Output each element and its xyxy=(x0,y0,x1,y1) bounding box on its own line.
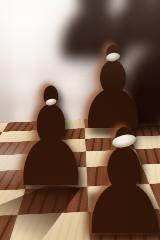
square-f6 xyxy=(130,135,160,149)
chess-photo-scene: ♟♟♟♟♟♟♟ xyxy=(0,0,160,240)
board-perspective-wrapper xyxy=(0,113,160,240)
square-e3 xyxy=(87,184,159,212)
square-e2 xyxy=(88,209,160,240)
chess-board xyxy=(0,113,160,240)
square-d3 xyxy=(18,187,89,215)
square-d2 xyxy=(7,212,90,240)
